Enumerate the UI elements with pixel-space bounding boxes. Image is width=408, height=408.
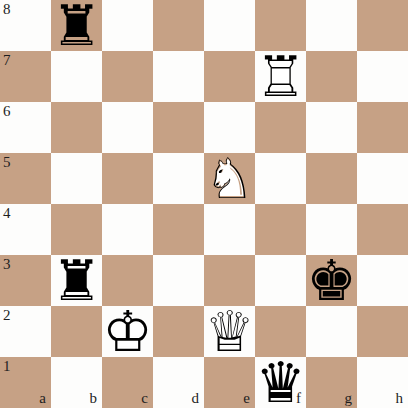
square-a6[interactable]: 6 [0, 102, 51, 153]
rank-label-2: 2 [3, 308, 11, 323]
file-label-e: e [243, 391, 250, 406]
file-label-b: b [90, 391, 98, 406]
file-label-g: g [345, 391, 353, 406]
square-g3[interactable]: ♚ [306, 255, 357, 306]
square-b3[interactable]: ♜ [51, 255, 102, 306]
square-b5[interactable] [51, 153, 102, 204]
piece-glyph: ♜ [51, 255, 102, 306]
square-h5[interactable] [357, 153, 408, 204]
piece-black-king[interactable]: ♚ [306, 255, 357, 306]
square-e8[interactable] [204, 0, 255, 51]
rank-label-3: 3 [3, 257, 11, 272]
square-a2[interactable]: 2 [0, 306, 51, 357]
square-d1[interactable]: d [153, 357, 204, 408]
file-label-f: f [296, 391, 301, 406]
piece-outline-layer: ♕ [204, 306, 255, 357]
square-g8[interactable] [306, 0, 357, 51]
square-d8[interactable] [153, 0, 204, 51]
square-c7[interactable] [102, 51, 153, 102]
square-f6[interactable] [255, 102, 306, 153]
piece-outline-layer: ♖ [255, 51, 306, 102]
piece-white-knight[interactable]: ♞♘ [204, 153, 255, 204]
square-c5[interactable] [102, 153, 153, 204]
rank-label-1: 1 [3, 359, 11, 374]
square-h8[interactable] [357, 0, 408, 51]
square-c2[interactable]: ♚♔ [102, 306, 153, 357]
piece-outline-layer: ♔ [102, 306, 153, 357]
square-b1[interactable]: b [51, 357, 102, 408]
piece-white-queen[interactable]: ♛♕ [204, 306, 255, 357]
square-e7[interactable] [204, 51, 255, 102]
square-f3[interactable] [255, 255, 306, 306]
square-b7[interactable] [51, 51, 102, 102]
square-f1[interactable]: ♛f [255, 357, 306, 408]
square-g7[interactable] [306, 51, 357, 102]
square-d6[interactable] [153, 102, 204, 153]
piece-black-rook[interactable]: ♜ [51, 0, 102, 51]
square-d3[interactable] [153, 255, 204, 306]
square-d4[interactable] [153, 204, 204, 255]
square-d7[interactable] [153, 51, 204, 102]
square-e5[interactable]: ♞♘ [204, 153, 255, 204]
square-a3[interactable]: 3 [0, 255, 51, 306]
square-g1[interactable]: g [306, 357, 357, 408]
square-h7[interactable] [357, 51, 408, 102]
rank-label-5: 5 [3, 155, 11, 170]
file-label-h: h [396, 391, 404, 406]
square-a4[interactable]: 4 [0, 204, 51, 255]
square-d5[interactable] [153, 153, 204, 204]
square-g2[interactable] [306, 306, 357, 357]
square-e2[interactable]: ♛♕ [204, 306, 255, 357]
file-label-d: d [192, 391, 200, 406]
square-a5[interactable]: 5 [0, 153, 51, 204]
square-f7[interactable]: ♜♖ [255, 51, 306, 102]
piece-white-rook[interactable]: ♜♖ [255, 51, 306, 102]
square-h3[interactable] [357, 255, 408, 306]
square-b2[interactable] [51, 306, 102, 357]
file-label-a: a [39, 391, 46, 406]
square-a1[interactable]: 1a [0, 357, 51, 408]
square-e4[interactable] [204, 204, 255, 255]
square-h1[interactable]: h [357, 357, 408, 408]
piece-white-king[interactable]: ♚♔ [102, 306, 153, 357]
piece-glyph: ♜ [51, 0, 102, 51]
rank-label-4: 4 [3, 206, 11, 221]
square-f4[interactable] [255, 204, 306, 255]
square-d2[interactable] [153, 306, 204, 357]
square-c6[interactable] [102, 102, 153, 153]
square-a7[interactable]: 7 [0, 51, 51, 102]
square-b8[interactable]: ♜ [51, 0, 102, 51]
square-c8[interactable] [102, 0, 153, 51]
square-f5[interactable] [255, 153, 306, 204]
piece-outline-layer: ♘ [204, 153, 255, 204]
square-c1[interactable]: c [102, 357, 153, 408]
piece-glyph: ♚ [306, 255, 357, 306]
chess-board: 8♜7♜♖65♞♘43♜♚2♚♔♛♕1abcde♛fgh [0, 0, 408, 408]
square-c4[interactable] [102, 204, 153, 255]
rank-label-6: 6 [3, 104, 11, 119]
square-e1[interactable]: e [204, 357, 255, 408]
square-h2[interactable] [357, 306, 408, 357]
square-h6[interactable] [357, 102, 408, 153]
square-g6[interactable] [306, 102, 357, 153]
square-h4[interactable] [357, 204, 408, 255]
file-label-c: c [141, 391, 148, 406]
rank-label-7: 7 [3, 53, 11, 68]
piece-black-rook[interactable]: ♜ [51, 255, 102, 306]
rank-label-8: 8 [3, 2, 11, 17]
square-g5[interactable] [306, 153, 357, 204]
square-a8[interactable]: 8 [0, 0, 51, 51]
square-b6[interactable] [51, 102, 102, 153]
